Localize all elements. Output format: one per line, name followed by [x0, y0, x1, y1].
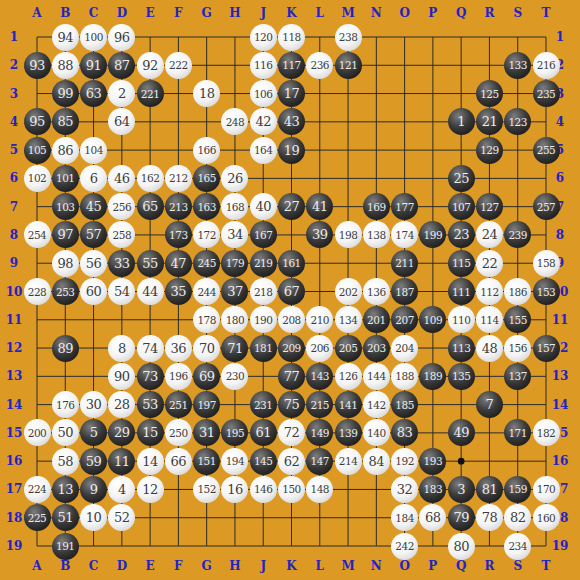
stone-J14[interactable]: 231 [250, 391, 277, 418]
stone-R18[interactable]: 78 [476, 504, 503, 531]
col-label-bottom-J: J [260, 559, 266, 573]
stone-F13[interactable]: 196 [165, 363, 192, 390]
stone-K3[interactable]: 17 [278, 80, 305, 107]
col-label-bottom-R: R [484, 559, 494, 573]
stone-Q6[interactable]: 25 [448, 165, 475, 192]
stone-E10[interactable]: 44 [137, 278, 164, 305]
row-label-left-19: 19 [6, 539, 23, 553]
col-label-bottom-M: M [341, 559, 354, 573]
stone-D13[interactable]: 90 [108, 363, 135, 390]
stone-T7[interactable]: 257 [533, 193, 560, 220]
row-label-left-16: 16 [6, 454, 23, 468]
col-label-top-L: L [316, 6, 324, 20]
stone-R14[interactable]: 7 [476, 391, 503, 418]
stone-O16[interactable]: 192 [391, 448, 418, 475]
stone-J4[interactable]: 42 [250, 108, 277, 135]
stone-G5[interactable]: 166 [193, 137, 220, 164]
stone-T2[interactable]: 216 [533, 52, 560, 79]
stone-R10[interactable]: 112 [476, 278, 503, 305]
stone-Q7[interactable]: 107 [448, 193, 475, 220]
row-label-left-14: 14 [6, 398, 23, 412]
stone-S12[interactable]: 156 [504, 335, 531, 362]
stone-T3[interactable]: 235 [533, 80, 560, 107]
row-label-right-11: 11 [552, 313, 569, 327]
stone-O10[interactable]: 187 [391, 278, 418, 305]
col-label-top-B: B [60, 6, 70, 20]
stone-N12[interactable]: 203 [363, 335, 390, 362]
row-label-right-16: 16 [552, 454, 569, 468]
stone-E7[interactable]: 65 [137, 193, 164, 220]
stone-E17[interactable]: 12 [137, 476, 164, 503]
stone-B10[interactable]: 253 [52, 278, 79, 305]
stone-K10[interactable]: 67 [278, 278, 305, 305]
stone-Q17[interactable]: 3 [448, 476, 475, 503]
stone-Q15[interactable]: 49 [448, 419, 475, 446]
stone-A6[interactable]: 102 [24, 165, 51, 192]
stone-N13[interactable]: 144 [363, 363, 390, 390]
stone-D6[interactable]: 46 [108, 165, 135, 192]
stone-H9[interactable]: 179 [221, 250, 248, 277]
stone-Q10[interactable]: 111 [448, 278, 475, 305]
stone-O13[interactable]: 188 [391, 363, 418, 390]
stone-S17[interactable]: 159 [504, 476, 531, 503]
col-label-top-A: A [32, 6, 41, 20]
stone-Q11[interactable]: 110 [448, 306, 475, 333]
stone-J15[interactable]: 61 [250, 419, 277, 446]
stone-F14[interactable]: 251 [165, 391, 192, 418]
col-label-bottom-L: L [316, 559, 324, 573]
stone-G16[interactable]: 151 [193, 448, 220, 475]
stone-J2[interactable]: 116 [250, 52, 277, 79]
stone-K16[interactable]: 62 [278, 448, 305, 475]
stone-B8[interactable]: 97 [52, 221, 79, 248]
stone-L13[interactable]: 143 [306, 363, 333, 390]
row-label-right-4: 4 [556, 115, 564, 129]
stone-L12[interactable]: 206 [306, 335, 333, 362]
col-label-bottom-S: S [513, 559, 522, 573]
stone-M10[interactable]: 202 [335, 278, 362, 305]
stone-C3[interactable]: 63 [80, 80, 107, 107]
stone-T12[interactable]: 157 [533, 335, 560, 362]
stone-N11[interactable]: 201 [363, 306, 390, 333]
stone-B17[interactable]: 13 [52, 476, 79, 503]
row-label-right-6: 6 [556, 171, 564, 185]
stone-C16[interactable]: 59 [80, 448, 107, 475]
stone-J1[interactable]: 120 [250, 24, 277, 51]
stone-E2[interactable]: 92 [137, 52, 164, 79]
col-label-top-Q: Q [456, 6, 466, 20]
col-label-top-R: R [484, 6, 494, 20]
col-label-bottom-K: K [286, 559, 296, 573]
stone-M16[interactable]: 214 [335, 448, 362, 475]
stone-R7[interactable]: 127 [476, 193, 503, 220]
row-label-right-19: 19 [552, 539, 569, 553]
stone-T5[interactable]: 255 [533, 137, 560, 164]
stone-F9[interactable]: 47 [165, 250, 192, 277]
stone-J16[interactable]: 145 [250, 448, 277, 475]
col-label-top-G: G [202, 6, 212, 20]
row-label-left-11: 11 [6, 313, 23, 327]
stone-M12[interactable]: 205 [335, 335, 362, 362]
stone-T18[interactable]: 160 [533, 504, 560, 531]
stone-E12[interactable]: 74 [137, 335, 164, 362]
col-label-bottom-C: C [89, 559, 99, 573]
row-label-left-1: 1 [10, 30, 18, 44]
stone-J7[interactable]: 40 [250, 193, 277, 220]
stone-G13[interactable]: 69 [193, 363, 220, 390]
stone-C5[interactable]: 104 [80, 137, 107, 164]
stone-M2[interactable]: 121 [335, 52, 362, 79]
stone-K17[interactable]: 150 [278, 476, 305, 503]
stone-N15[interactable]: 140 [363, 419, 390, 446]
stone-B16[interactable]: 58 [52, 448, 79, 475]
stone-K1[interactable]: 118 [278, 24, 305, 51]
stone-B2[interactable]: 88 [52, 52, 79, 79]
row-label-left-9: 9 [10, 256, 18, 270]
stone-D12[interactable]: 8 [108, 335, 135, 362]
col-label-bottom-F: F [174, 559, 183, 573]
stone-M14[interactable]: 141 [335, 391, 362, 418]
stone-J9[interactable]: 219 [250, 250, 277, 277]
col-label-bottom-P: P [428, 559, 437, 573]
col-label-top-F: F [174, 6, 183, 20]
stone-A4[interactable]: 95 [24, 108, 51, 135]
col-label-top-O: O [399, 6, 409, 20]
stone-B7[interactable]: 103 [52, 193, 79, 220]
stone-J11[interactable]: 190 [250, 306, 277, 333]
stone-R11[interactable]: 114 [476, 306, 503, 333]
stone-F7[interactable]: 213 [165, 193, 192, 220]
row-label-left-13: 13 [6, 369, 23, 383]
stone-Q18[interactable]: 79 [448, 504, 475, 531]
stone-J5[interactable]: 164 [250, 137, 277, 164]
col-label-top-D: D [117, 6, 127, 20]
stone-D1[interactable]: 96 [108, 24, 135, 51]
col-label-top-E: E [146, 6, 155, 20]
stone-L2[interactable]: 236 [306, 52, 333, 79]
stone-S2[interactable]: 133 [504, 52, 531, 79]
stone-T10[interactable]: 153 [533, 278, 560, 305]
stone-J10[interactable]: 218 [250, 278, 277, 305]
col-label-top-M: M [341, 6, 354, 20]
col-label-bottom-D: D [117, 559, 127, 573]
stone-D16[interactable]: 11 [108, 448, 135, 475]
stone-K14[interactable]: 75 [278, 391, 305, 418]
stone-Q19[interactable]: 80 [448, 533, 475, 560]
col-label-bottom-E: E [146, 559, 155, 573]
row-label-left-10: 10 [6, 285, 23, 299]
stone-C7[interactable]: 45 [80, 193, 107, 220]
stone-E3[interactable]: 221 [137, 80, 164, 107]
col-label-bottom-B: B [60, 559, 70, 573]
stone-K2[interactable]: 117 [278, 52, 305, 79]
stone-M8[interactable]: 198 [335, 221, 362, 248]
row-label-left-4: 4 [10, 115, 18, 129]
stone-A17[interactable]: 224 [24, 476, 51, 503]
stone-M11[interactable]: 134 [335, 306, 362, 333]
stone-T17[interactable]: 170 [533, 476, 560, 503]
stone-F16[interactable]: 66 [165, 448, 192, 475]
stone-G12[interactable]: 70 [193, 335, 220, 362]
stone-A18[interactable]: 225 [24, 504, 51, 531]
stone-P16[interactable]: 193 [419, 448, 446, 475]
stone-M13[interactable]: 126 [335, 363, 362, 390]
stone-E14[interactable]: 53 [137, 391, 164, 418]
row-label-left-2: 2 [10, 58, 18, 72]
stone-N16[interactable]: 84 [363, 448, 390, 475]
stone-K12[interactable]: 209 [278, 335, 305, 362]
stone-M15[interactable]: 139 [335, 419, 362, 446]
stone-J8[interactable]: 167 [250, 221, 277, 248]
stone-O9[interactable]: 211 [391, 250, 418, 277]
col-label-top-H: H [229, 6, 240, 20]
col-label-bottom-G: G [202, 559, 212, 573]
stone-O17[interactable]: 32 [391, 476, 418, 503]
row-label-left-8: 8 [10, 228, 18, 242]
col-label-top-K: K [286, 6, 296, 20]
col-label-bottom-T: T [542, 559, 551, 573]
stone-E15[interactable]: 15 [137, 419, 164, 446]
row-label-right-13: 13 [552, 369, 569, 383]
col-label-top-N: N [371, 6, 382, 20]
stone-G6[interactable]: 165 [193, 165, 220, 192]
stone-K13[interactable]: 77 [278, 363, 305, 390]
col-label-top-T: T [542, 6, 551, 20]
stone-R12[interactable]: 48 [476, 335, 503, 362]
stone-N14[interactable]: 142 [363, 391, 390, 418]
col-label-bottom-N: N [371, 559, 382, 573]
go-board[interactable]: AABBCCDDEEFFGGHHJJKKLLMMNNOOPPQQRRSSTT11… [0, 0, 580, 580]
stone-N10[interactable]: 136 [363, 278, 390, 305]
stone-R17[interactable]: 81 [476, 476, 503, 503]
stone-R3[interactable]: 125 [476, 80, 503, 107]
hoshi-point [458, 458, 465, 465]
row-label-left-3: 3 [10, 87, 18, 101]
stone-G17[interactable]: 152 [193, 476, 220, 503]
stone-R5[interactable]: 129 [476, 137, 503, 164]
stone-A10[interactable]: 228 [24, 278, 51, 305]
stone-B4[interactable]: 85 [52, 108, 79, 135]
stone-D9[interactable]: 33 [108, 250, 135, 277]
stone-B15[interactable]: 50 [52, 419, 79, 446]
col-label-bottom-H: H [229, 559, 240, 573]
stone-Q13[interactable]: 135 [448, 363, 475, 390]
stone-B19[interactable]: 191 [52, 533, 79, 560]
col-label-bottom-O: O [399, 559, 409, 573]
stone-K7[interactable]: 27 [278, 193, 305, 220]
col-label-top-C: C [89, 6, 99, 20]
row-label-right-1: 1 [556, 30, 564, 44]
stone-G3[interactable]: 18 [193, 80, 220, 107]
stone-J3[interactable]: 106 [250, 80, 277, 107]
row-label-left-5: 5 [10, 143, 18, 157]
stone-O12[interactable]: 204 [391, 335, 418, 362]
stone-E9[interactable]: 55 [137, 250, 164, 277]
stone-Q12[interactable]: 113 [448, 335, 475, 362]
row-label-left-17: 17 [6, 482, 23, 496]
stone-H16[interactable]: 194 [221, 448, 248, 475]
stone-M1[interactable]: 238 [335, 24, 362, 51]
stone-B18[interactable]: 51 [52, 504, 79, 531]
stone-B14[interactable]: 176 [52, 391, 79, 418]
stone-B3[interactable]: 99 [52, 80, 79, 107]
row-label-left-12: 12 [6, 341, 23, 355]
stone-A5[interactable]: 105 [24, 137, 51, 164]
stone-C17[interactable]: 9 [80, 476, 107, 503]
row-label-left-15: 15 [6, 426, 23, 440]
col-label-bottom-A: A [32, 559, 41, 573]
stone-G9[interactable]: 245 [193, 250, 220, 277]
col-label-top-P: P [428, 6, 437, 20]
stone-F10[interactable]: 35 [165, 278, 192, 305]
stone-C6[interactable]: 6 [80, 165, 107, 192]
stone-B1[interactable]: 94 [52, 24, 79, 51]
stone-B9[interactable]: 98 [52, 250, 79, 277]
stone-C2[interactable]: 91 [80, 52, 107, 79]
stone-F2[interactable]: 222 [165, 52, 192, 79]
stone-E13[interactable]: 73 [137, 363, 164, 390]
stone-C14[interactable]: 30 [80, 391, 107, 418]
row-label-left-7: 7 [10, 200, 18, 214]
stone-R9[interactable]: 22 [476, 250, 503, 277]
stone-K5[interactable]: 19 [278, 137, 305, 164]
stone-H12[interactable]: 71 [221, 335, 248, 362]
stone-T15[interactable]: 182 [533, 419, 560, 446]
stone-A8[interactable]: 254 [24, 221, 51, 248]
row-label-left-18: 18 [6, 511, 23, 525]
stone-L16[interactable]: 147 [306, 448, 333, 475]
stone-E16[interactable]: 14 [137, 448, 164, 475]
stone-L17[interactable]: 148 [306, 476, 333, 503]
stone-G10[interactable]: 244 [193, 278, 220, 305]
stone-A2[interactable]: 93 [24, 52, 51, 79]
stone-E6[interactable]: 162 [137, 165, 164, 192]
stone-J12[interactable]: 181 [250, 335, 277, 362]
stone-B5[interactable]: 86 [52, 137, 79, 164]
stone-B6[interactable]: 101 [52, 165, 79, 192]
stone-Q9[interactable]: 115 [448, 250, 475, 277]
row-label-left-6: 6 [10, 171, 18, 185]
stone-T9[interactable]: 158 [533, 250, 560, 277]
row-label-right-14: 14 [552, 398, 569, 412]
col-label-top-J: J [260, 6, 266, 20]
col-label-top-S: S [513, 6, 522, 20]
stone-F12[interactable]: 36 [165, 335, 192, 362]
stone-A15[interactable]: 200 [24, 419, 51, 446]
stone-J17[interactable]: 146 [250, 476, 277, 503]
stone-C1[interactable]: 100 [80, 24, 107, 51]
stone-O19[interactable]: 242 [391, 533, 418, 560]
stone-C9[interactable]: 56 [80, 250, 107, 277]
stone-Q4[interactable]: 1 [448, 108, 475, 135]
row-label-right-8: 8 [556, 228, 564, 242]
stone-N7[interactable]: 169 [363, 193, 390, 220]
stone-S19[interactable]: 234 [504, 533, 531, 560]
stone-B12[interactable]: 89 [52, 335, 79, 362]
stone-D2[interactable]: 87 [108, 52, 135, 79]
stone-C10[interactable]: 60 [80, 278, 107, 305]
stone-K9[interactable]: 161 [278, 250, 305, 277]
stone-Q8[interactable]: 23 [448, 221, 475, 248]
stone-P13[interactable]: 189 [419, 363, 446, 390]
stone-F6[interactable]: 212 [165, 165, 192, 192]
col-label-bottom-Q: Q [456, 559, 466, 573]
stone-S13[interactable]: 137 [504, 363, 531, 390]
